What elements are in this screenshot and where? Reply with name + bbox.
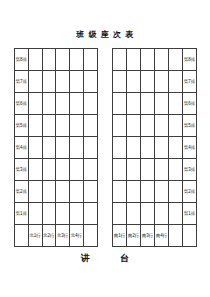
seat-cell — [56, 181, 70, 203]
col-label-cell: 南3行 — [141, 225, 155, 247]
seat-cell — [141, 137, 155, 159]
seat-cell — [56, 115, 70, 137]
spacer-cell — [84, 93, 98, 115]
spacer-cell — [15, 225, 29, 247]
seat-cell — [43, 93, 57, 115]
seat-cell — [29, 181, 43, 203]
seat-cell — [155, 93, 169, 115]
seat-cell — [29, 115, 43, 137]
col-label-cell: 南1行 — [113, 225, 127, 247]
seat-cell — [70, 137, 84, 159]
spacer-cell — [169, 93, 183, 115]
seat-cell — [155, 159, 169, 181]
row-label-cell: 第4排 — [183, 137, 197, 159]
row-label-cell: 第6排 — [183, 93, 197, 115]
col-label-cell: 北3行 — [56, 225, 70, 247]
seat-cell — [43, 71, 57, 93]
col-label-cell: 北2行 — [43, 225, 57, 247]
seat-cell — [113, 115, 127, 137]
spacer-cell — [169, 203, 183, 225]
seat-cell — [70, 159, 84, 181]
seat-cell — [113, 181, 127, 203]
seat-cell — [43, 159, 57, 181]
spacer-cell — [169, 181, 183, 203]
seat-cell — [113, 93, 127, 115]
seat-cell — [155, 203, 169, 225]
seat-cell — [141, 159, 155, 181]
row-label-cell: 第6排 — [15, 93, 29, 115]
spacer-cell — [169, 49, 183, 71]
seat-cell — [29, 159, 43, 181]
col-label-cell: 北1行 — [29, 225, 43, 247]
col-label-cell: 南2行 — [127, 225, 141, 247]
seat-cell — [141, 203, 155, 225]
seat-cell — [29, 137, 43, 159]
seat-cell — [56, 49, 70, 71]
seat-cell — [155, 181, 169, 203]
spacer-cell — [84, 49, 98, 71]
row-label-cell: 第7排 — [15, 71, 29, 93]
seat-cell — [141, 49, 155, 71]
seat-cell — [113, 159, 127, 181]
spacer-cell — [84, 181, 98, 203]
spacer-cell — [84, 203, 98, 225]
row-label-cell: 第2排 — [183, 181, 197, 203]
seat-cell — [56, 137, 70, 159]
seat-cell — [113, 203, 127, 225]
seat-cell — [70, 115, 84, 137]
spacer-cell — [169, 115, 183, 137]
row-label-cell: 第8排 — [15, 49, 29, 71]
seat-cell — [113, 137, 127, 159]
seat-cell — [43, 203, 57, 225]
row-label-cell: 第5排 — [183, 115, 197, 137]
spacer-cell — [169, 71, 183, 93]
spacer-cell — [169, 159, 183, 181]
row-label-cell: 第3排 — [183, 159, 197, 181]
seat-cell — [113, 49, 127, 71]
seat-cell — [29, 71, 43, 93]
row-label-cell: 第3排 — [15, 159, 29, 181]
seat-cell — [141, 115, 155, 137]
spacer-cell — [84, 225, 98, 247]
seat-cell — [127, 159, 141, 181]
seat-cell — [141, 181, 155, 203]
seat-cell — [56, 93, 70, 115]
seat-cell — [127, 71, 141, 93]
seat-cell — [70, 203, 84, 225]
chart-title: 班 级 座 次 表 — [0, 29, 210, 40]
seat-cell — [155, 137, 169, 159]
seat-cell — [155, 115, 169, 137]
spacer-cell — [84, 159, 98, 181]
seat-cell — [70, 181, 84, 203]
seat-cell — [43, 137, 57, 159]
row-label-cell: 第2排 — [15, 181, 29, 203]
spacer-cell — [84, 137, 98, 159]
seat-cell — [43, 49, 57, 71]
seat-cell — [155, 71, 169, 93]
spacer-cell — [84, 115, 98, 137]
row-label-cell: 第4排 — [15, 137, 29, 159]
row-label-cell: 第7排 — [183, 71, 197, 93]
seat-cell — [127, 49, 141, 71]
spacer-cell — [183, 225, 197, 247]
row-label-cell: 第1排 — [15, 203, 29, 225]
seat-cell — [127, 137, 141, 159]
left-seating-grid: 第8排第7排第6排第5排第4排第3排第2排第1排北1行北2行北3行北4行 — [14, 48, 98, 247]
seat-cell — [127, 203, 141, 225]
seat-cell — [56, 159, 70, 181]
podium-label: 讲 台 — [0, 252, 210, 265]
seat-cell — [43, 115, 57, 137]
row-label-cell: 第5排 — [15, 115, 29, 137]
seat-cell — [127, 93, 141, 115]
seat-cell — [56, 203, 70, 225]
seat-cell — [56, 71, 70, 93]
row-label-cell: 第8排 — [183, 49, 197, 71]
seat-cell — [70, 49, 84, 71]
seat-cell — [29, 203, 43, 225]
seat-cell — [70, 93, 84, 115]
spacer-cell — [84, 71, 98, 93]
seat-cell — [127, 115, 141, 137]
seat-cell — [113, 71, 127, 93]
seat-cell — [29, 49, 43, 71]
seat-cell — [127, 181, 141, 203]
row-label-cell: 第1排 — [183, 203, 197, 225]
col-label-cell: 南4行 — [155, 225, 169, 247]
seat-cell — [141, 71, 155, 93]
seat-cell — [29, 93, 43, 115]
seat-cell — [43, 181, 57, 203]
seat-cell — [70, 71, 84, 93]
seat-cell — [155, 49, 169, 71]
col-label-cell: 北4行 — [70, 225, 84, 247]
right-seating-grid: 第8排第7排第6排第5排第4排第3排第2排第1排南1行南2行南3行南4行 — [112, 48, 197, 247]
spacer-cell — [169, 225, 183, 247]
spacer-cell — [169, 137, 183, 159]
seat-cell — [141, 93, 155, 115]
